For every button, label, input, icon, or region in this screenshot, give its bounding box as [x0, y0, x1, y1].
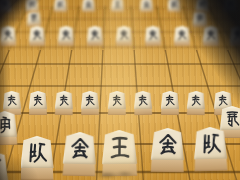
kanji-fu — [56, 94, 71, 109]
piece-kin[interactable] — [150, 128, 184, 172]
piece-side — [224, 10, 237, 12]
out-of-focus-piece-edge — [94, 170, 138, 180]
piece-side — [29, 42, 45, 46]
piece-side — [108, 109, 126, 115]
piece-face — [223, 0, 236, 10]
kanji-fu — [30, 94, 45, 108]
piece-kei[interactable] — [26, 0, 39, 12]
piece-side — [134, 109, 152, 115]
piece-gin[interactable] — [53, 0, 66, 12]
piece-fu[interactable] — [55, 91, 74, 115]
kanji-gin — [169, 0, 180, 10]
piece-fu[interactable] — [58, 26, 74, 46]
piece-face — [161, 91, 179, 109]
piece-face — [187, 91, 205, 109]
kanji-fu — [231, 28, 240, 41]
piece-kaku[interactable] — [0, 111, 17, 146]
piece-face — [116, 26, 132, 42]
kanji-hi — [28, 13, 40, 24]
kanji-fu — [175, 29, 188, 42]
piece-face — [53, 0, 66, 10]
piece-side — [145, 42, 161, 46]
piece-side — [140, 10, 153, 12]
piece-side — [110, 10, 123, 12]
piece-fu[interactable] — [145, 26, 161, 46]
piece-face — [29, 91, 47, 109]
piece-gin[interactable] — [168, 0, 181, 12]
piece-kei[interactable] — [0, 151, 8, 180]
piece-side — [58, 42, 74, 46]
kanji-kin — [153, 133, 181, 159]
piece-side — [0, 137, 17, 146]
piece-side — [203, 42, 219, 46]
kanji-ou — [111, 0, 122, 10]
piece-fu[interactable] — [230, 26, 240, 46]
piece-face — [134, 91, 152, 109]
kanji-fu — [146, 28, 160, 41]
kanji-fu — [117, 28, 131, 41]
piece-face — [110, 0, 123, 10]
shogi-photo-scene: lnsgkgsnl/1r5b1/ppppppppp/9/9/9/PPPPPPPP… — [0, 0, 240, 180]
piece-face — [108, 91, 126, 109]
piece-kaku[interactable] — [193, 11, 207, 27]
kanji-fu — [1, 28, 15, 41]
piece-face — [81, 91, 99, 109]
piece-face — [87, 26, 103, 42]
kanji-fu — [188, 94, 203, 109]
piece-fu[interactable] — [161, 91, 179, 115]
piece-ou[interactable] — [110, 0, 123, 12]
piece-fu[interactable] — [187, 91, 206, 115]
piece-side — [0, 42, 16, 46]
piece-face — [3, 91, 21, 109]
piece-side — [230, 42, 240, 46]
piece-face — [26, 0, 39, 10]
piece-side — [81, 109, 99, 115]
piece-face — [55, 91, 73, 109]
piece-side — [174, 42, 190, 46]
piece-fu[interactable] — [87, 26, 103, 46]
piece-side — [29, 109, 47, 115]
piece-fu[interactable] — [174, 26, 190, 46]
kanji-fu — [204, 28, 218, 41]
kanji-fu — [59, 28, 73, 41]
piece-side — [168, 10, 181, 12]
piece-face — [81, 0, 94, 10]
kanji-fu — [88, 28, 102, 41]
piece-side — [194, 159, 227, 172]
piece-hi[interactable] — [27, 11, 41, 27]
piece-side — [150, 160, 183, 172]
kanji-gin — [23, 141, 51, 167]
kanji-kin — [82, 0, 93, 10]
kanji-fu — [162, 94, 177, 108]
piece-face — [0, 151, 8, 180]
piece-face — [145, 26, 161, 42]
piece-face — [101, 130, 136, 164]
piece-kin[interactable] — [62, 132, 96, 177]
piece-gin[interactable] — [193, 127, 227, 172]
piece-fu[interactable] — [116, 26, 132, 46]
kanji-fu — [4, 94, 19, 109]
kanji-kyo — [0, 0, 10, 10]
piece-kin[interactable] — [139, 0, 152, 12]
kanji-gin — [54, 0, 65, 10]
piece-fu[interactable] — [108, 91, 126, 115]
kanji-kei — [27, 0, 38, 10]
kanji-kin — [140, 0, 151, 10]
kanji-fu — [30, 29, 43, 42]
piece-side — [116, 42, 132, 46]
kanji-kin — [65, 137, 93, 163]
kanji-gin — [196, 132, 224, 158]
kanji-kei — [196, 0, 207, 10]
piece-face — [168, 0, 181, 10]
piece-kyo[interactable] — [0, 0, 11, 12]
piece-fu[interactable] — [81, 91, 99, 115]
piece-kei[interactable] — [195, 0, 208, 12]
piece-face — [193, 11, 207, 24]
piece-face — [27, 11, 41, 24]
piece-face — [174, 26, 190, 42]
piece-side — [26, 10, 39, 12]
piece-face — [29, 26, 45, 42]
piece-side — [82, 10, 95, 12]
kanji-fu — [82, 94, 97, 109]
piece-face — [0, 111, 17, 138]
piece-side — [55, 109, 73, 115]
piece-face — [193, 127, 227, 160]
piece-fu[interactable] — [134, 91, 153, 115]
piece-face — [0, 26, 16, 42]
piece-side — [195, 10, 208, 12]
piece-kin[interactable] — [81, 0, 94, 12]
piece-side — [53, 10, 66, 12]
piece-face — [62, 132, 96, 165]
piece-face — [21, 136, 54, 168]
piece-fu[interactable] — [0, 26, 16, 46]
piece-face — [195, 0, 208, 10]
piece-side — [0, 10, 11, 12]
kanji-kyo — [224, 0, 235, 10]
piece-fu[interactable] — [29, 91, 47, 115]
kanji-kaku — [0, 115, 15, 136]
piece-face — [150, 128, 183, 160]
piece-face — [230, 26, 240, 42]
kanji-kaku — [194, 13, 206, 23]
piece-kyo[interactable] — [223, 0, 236, 12]
piece-side — [21, 168, 54, 180]
piece-side — [62, 164, 95, 177]
piece-fu[interactable] — [29, 26, 45, 46]
piece-side — [87, 42, 103, 46]
kanji-fu — [135, 94, 150, 109]
piece-side — [161, 109, 179, 115]
piece-gin[interactable] — [21, 136, 54, 180]
kanji-kei — [0, 156, 5, 180]
piece-face — [0, 0, 11, 10]
piece-fu[interactable] — [203, 26, 219, 46]
pieces-layer — [0, 0, 240, 180]
kanji-fu — [109, 94, 124, 109]
kanji-ou — [104, 135, 134, 163]
piece-side — [187, 109, 205, 115]
piece-face — [203, 26, 219, 42]
piece-face — [139, 0, 152, 10]
piece-face — [58, 26, 74, 42]
